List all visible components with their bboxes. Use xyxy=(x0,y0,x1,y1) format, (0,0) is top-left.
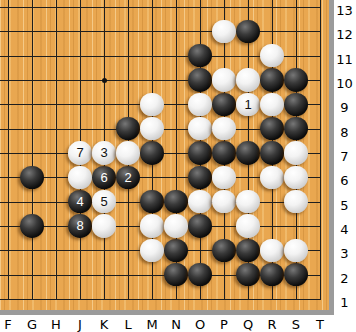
stone-white xyxy=(260,166,284,190)
stone-black xyxy=(116,117,140,141)
stone-white xyxy=(212,68,236,92)
column-label: K xyxy=(92,317,116,332)
stone-white: 1 xyxy=(236,93,260,117)
stone-black xyxy=(284,263,308,287)
stone-black xyxy=(236,263,260,287)
stone-black xyxy=(212,93,236,117)
row-label: 12 xyxy=(335,27,354,43)
row-label: 2 xyxy=(335,271,354,287)
stone-black xyxy=(236,239,260,263)
stone-white xyxy=(188,117,212,141)
go-diagram: 62481735 FGHJKLMNOPQRST 1312111098765432… xyxy=(0,0,356,332)
stone-white xyxy=(236,190,260,214)
stone-white xyxy=(260,93,284,117)
stone-white: 3 xyxy=(92,141,116,165)
column-label: T xyxy=(308,317,332,332)
stone-black xyxy=(212,239,236,263)
stone-white xyxy=(284,141,308,165)
stone-black xyxy=(284,117,308,141)
grid-line-horizontal xyxy=(0,299,321,300)
move-number: 3 xyxy=(100,146,107,159)
stone-black xyxy=(188,44,212,68)
row-label: 3 xyxy=(335,246,354,262)
row-label: 1 xyxy=(335,295,354,311)
stone-white xyxy=(116,141,140,165)
column-label: M xyxy=(140,317,164,332)
stone-white xyxy=(92,214,116,238)
grid-line-vertical xyxy=(56,0,57,300)
column-label: N xyxy=(164,317,188,332)
stone-black xyxy=(20,166,44,190)
stone-black: 4 xyxy=(68,190,92,214)
move-number: 2 xyxy=(124,171,131,184)
move-number: 8 xyxy=(76,219,83,232)
column-label: J xyxy=(68,317,92,332)
stone-black xyxy=(260,141,284,165)
go-board[interactable]: 62481735 xyxy=(0,0,334,315)
column-label: G xyxy=(20,317,44,332)
stone-black xyxy=(140,190,164,214)
stone-white xyxy=(188,93,212,117)
row-label: 11 xyxy=(335,52,354,68)
stone-white xyxy=(260,239,284,263)
stone-white xyxy=(212,166,236,190)
stone-white xyxy=(212,190,236,214)
row-label: 10 xyxy=(335,76,354,92)
stone-black xyxy=(188,141,212,165)
grid-line-vertical xyxy=(320,0,321,300)
move-number: 1 xyxy=(244,98,251,111)
stone-white xyxy=(236,214,260,238)
stone-white xyxy=(188,190,212,214)
move-number: 6 xyxy=(100,171,107,184)
grid-line-vertical xyxy=(32,0,33,300)
stone-black xyxy=(188,68,212,92)
row-label: 7 xyxy=(335,149,354,165)
column-label: Q xyxy=(236,317,260,332)
column-label: R xyxy=(260,317,284,332)
stone-white: 7 xyxy=(68,141,92,165)
move-number: 4 xyxy=(76,195,83,208)
stone-black: 2 xyxy=(116,166,140,190)
row-label: 13 xyxy=(335,3,354,19)
stone-white xyxy=(68,166,92,190)
stone-black xyxy=(140,141,164,165)
stone-white xyxy=(140,239,164,263)
star-point xyxy=(102,78,107,83)
stone-white xyxy=(284,239,308,263)
stone-white xyxy=(260,44,284,68)
stone-black xyxy=(188,166,212,190)
stone-black xyxy=(284,68,308,92)
row-label: 4 xyxy=(335,222,354,238)
stone-black xyxy=(188,214,212,238)
stone-black xyxy=(236,20,260,44)
move-number: 5 xyxy=(100,195,107,208)
grid-line-horizontal xyxy=(0,31,321,32)
grid-line-vertical xyxy=(8,0,9,300)
column-label: S xyxy=(284,317,308,332)
row-label: 5 xyxy=(335,198,354,214)
stone-white xyxy=(164,214,188,238)
stone-white xyxy=(140,214,164,238)
column-label: F xyxy=(0,317,20,332)
stone-white xyxy=(236,68,260,92)
stone-black xyxy=(212,141,236,165)
stone-black xyxy=(188,263,212,287)
stone-white: 5 xyxy=(92,190,116,214)
stone-white xyxy=(140,117,164,141)
stone-black xyxy=(260,68,284,92)
stone-black xyxy=(236,141,260,165)
row-label: 9 xyxy=(335,100,354,116)
stone-black xyxy=(284,93,308,117)
move-number: 7 xyxy=(76,146,83,159)
stone-white xyxy=(212,117,236,141)
column-label: P xyxy=(212,317,236,332)
stone-white xyxy=(140,93,164,117)
column-label: H xyxy=(44,317,68,332)
stone-black xyxy=(164,190,188,214)
stone-white xyxy=(284,166,308,190)
row-label: 8 xyxy=(335,125,354,141)
grid-line-horizontal xyxy=(0,7,321,8)
column-label: L xyxy=(116,317,140,332)
stone-black xyxy=(20,214,44,238)
stone-black xyxy=(260,117,284,141)
stone-black: 6 xyxy=(92,166,116,190)
stone-white xyxy=(284,190,308,214)
stone-black xyxy=(164,239,188,263)
stone-black: 8 xyxy=(68,214,92,238)
stone-black xyxy=(260,263,284,287)
stone-white xyxy=(212,20,236,44)
stone-black xyxy=(164,263,188,287)
column-label: O xyxy=(188,317,212,332)
row-label: 6 xyxy=(335,173,354,189)
